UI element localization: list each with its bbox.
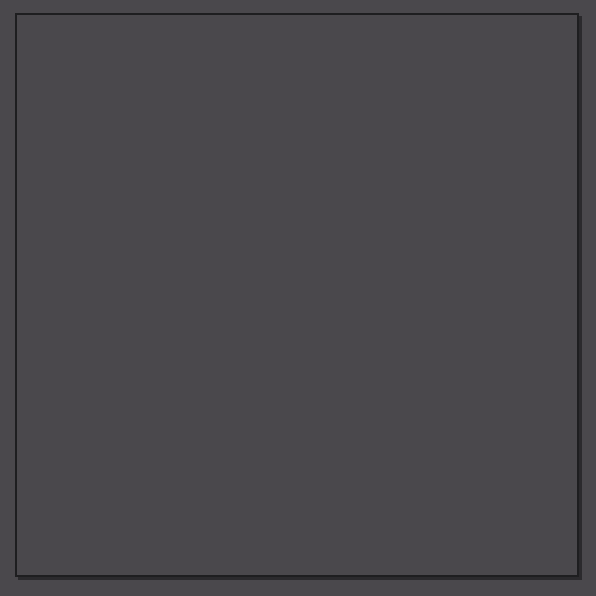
- board: [15, 13, 579, 577]
- file-labels: [17, 579, 577, 596]
- chess-board-frame: [0, 0, 596, 596]
- rank-labels: [0, 15, 15, 575]
